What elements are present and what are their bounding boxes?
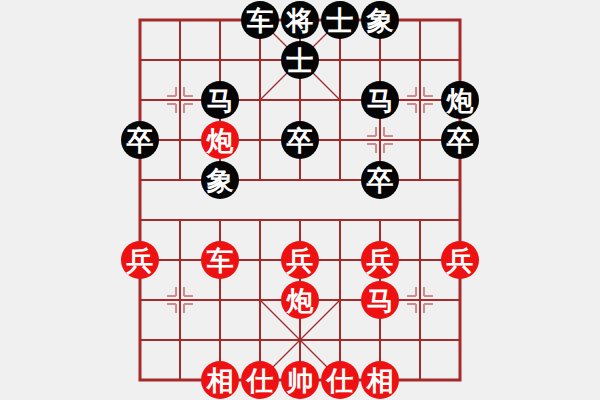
piece-red-车[interactable]: 车 [201,241,239,279]
piece-red-仕[interactable]: 仕 [321,361,359,399]
piece-black-将[interactable]: 将 [281,1,319,39]
piece-black-卒[interactable]: 卒 [281,121,319,159]
piece-red-马[interactable]: 马 [361,281,399,319]
piece-red-兵[interactable]: 兵 [281,241,319,279]
piece-black-卒[interactable]: 卒 [441,121,479,159]
piece-black-士[interactable]: 士 [281,41,319,79]
piece-black-士[interactable]: 士 [321,1,359,39]
piece-black-马[interactable]: 马 [201,81,239,119]
piece-red-兵[interactable]: 兵 [361,241,399,279]
piece-black-炮[interactable]: 炮 [441,81,479,119]
piece-red-兵[interactable]: 兵 [121,241,159,279]
piece-black-象[interactable]: 象 [361,1,399,39]
piece-red-相[interactable]: 相 [201,361,239,399]
piece-black-卒[interactable]: 卒 [121,121,159,159]
piece-black-卒[interactable]: 卒 [361,161,399,199]
piece-black-车[interactable]: 车 [241,1,279,39]
piece-red-仕[interactable]: 仕 [241,361,279,399]
piece-red-兵[interactable]: 兵 [441,241,479,279]
piece-red-炮[interactable]: 炮 [281,281,319,319]
piece-black-象[interactable]: 象 [201,161,239,199]
xiangqi-board-screenshot: 车将士象士马马炮卒炮卒卒象卒兵车兵兵兵炮马相仕帅仕相 [0,0,600,400]
piece-red-帅[interactable]: 帅 [281,361,319,399]
piece-red-相[interactable]: 相 [361,361,399,399]
piece-black-马[interactable]: 马 [361,81,399,119]
piece-red-炮[interactable]: 炮 [201,121,239,159]
